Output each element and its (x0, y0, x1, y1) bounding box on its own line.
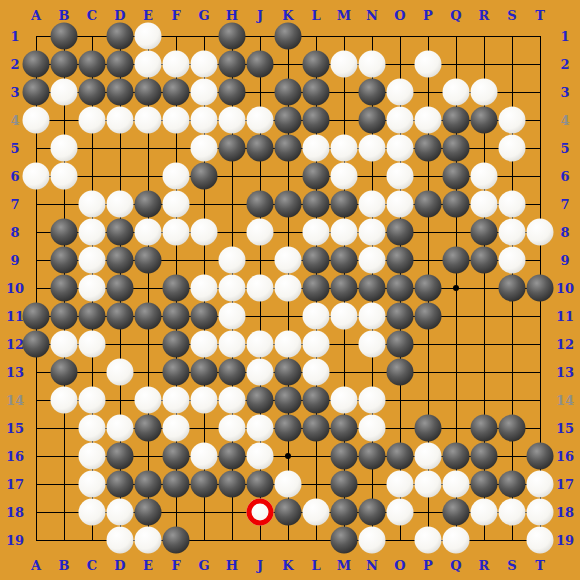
black-stone-Q7 (443, 191, 470, 218)
white-stone-C18 (79, 499, 106, 526)
black-stone-Q6 (443, 163, 470, 190)
black-stone-K3 (275, 79, 302, 106)
white-stone-D7 (107, 191, 134, 218)
black-stone-B13 (51, 359, 78, 386)
white-stone-B14 (51, 387, 78, 414)
black-stone-E3 (135, 79, 162, 106)
black-stone-B10 (51, 275, 78, 302)
white-stone-G14 (191, 387, 218, 414)
white-stone-T8 (527, 219, 554, 246)
column-label-top: G (198, 9, 209, 22)
column-label-top: P (423, 9, 433, 22)
black-stone-K15 (275, 415, 302, 442)
black-stone-F13 (163, 359, 190, 386)
black-stone-K13 (275, 359, 302, 386)
black-stone-O8 (387, 219, 414, 246)
row-label-left: 1 (10, 30, 19, 43)
white-stone-D13 (107, 359, 134, 386)
black-stone-D17 (107, 471, 134, 498)
black-stone-R8 (471, 219, 498, 246)
black-stone-F19 (163, 527, 190, 554)
go-board[interactable]: ABCDEFGHJKLMNOPQRSTABCDEFGHJKLMNOPQRST12… (0, 0, 580, 580)
row-label-left: 16 (6, 450, 24, 463)
black-stone-F10 (163, 275, 190, 302)
black-stone-Q16 (443, 443, 470, 470)
white-stone-M11 (331, 303, 358, 330)
white-stone-N14 (359, 387, 386, 414)
black-stone-H2 (219, 51, 246, 78)
white-stone-N8 (359, 219, 386, 246)
black-stone-L9 (303, 247, 330, 274)
black-stone-B2 (51, 51, 78, 78)
white-stone-C7 (79, 191, 106, 218)
black-stone-M7 (331, 191, 358, 218)
black-stone-K5 (275, 135, 302, 162)
white-stone-N11 (359, 303, 386, 330)
column-label-bottom: T (535, 559, 545, 572)
white-stone-F8 (163, 219, 190, 246)
column-label-top: A (31, 9, 41, 22)
column-label-bottom: K (282, 559, 293, 572)
white-stone-S8 (499, 219, 526, 246)
black-stone-K1 (275, 23, 302, 50)
white-stone-G4 (191, 107, 218, 134)
white-stone-F15 (163, 415, 190, 442)
black-stone-D16 (107, 443, 134, 470)
column-label-bottom: N (366, 559, 378, 572)
white-stone-C10 (79, 275, 106, 302)
black-stone-M10 (331, 275, 358, 302)
black-stone-H3 (219, 79, 246, 106)
black-stone-H5 (219, 135, 246, 162)
white-stone-H10 (219, 275, 246, 302)
row-label-left: 13 (6, 366, 24, 379)
black-stone-F12 (163, 331, 190, 358)
black-stone-P15 (415, 415, 442, 442)
row-label-left: 7 (10, 198, 19, 211)
white-stone-H14 (219, 387, 246, 414)
column-label-top: N (366, 9, 378, 22)
white-stone-L12 (303, 331, 330, 358)
white-stone-E19 (135, 527, 162, 554)
black-stone-A11 (23, 303, 50, 330)
white-stone-R6 (471, 163, 498, 190)
white-stone-N9 (359, 247, 386, 274)
row-label-left: 10 (6, 282, 24, 295)
white-stone-Q3 (443, 79, 470, 106)
row-label-right: 13 (556, 366, 574, 379)
black-stone-A3 (23, 79, 50, 106)
black-stone-R15 (471, 415, 498, 442)
row-label-left: 14 (6, 394, 24, 407)
column-label-bottom: J (257, 559, 263, 572)
row-label-left: 5 (10, 142, 19, 155)
black-stone-M9 (331, 247, 358, 274)
column-label-bottom: S (507, 559, 516, 572)
white-stone-J4 (247, 107, 274, 134)
white-stone-C16 (79, 443, 106, 470)
white-stone-B3 (51, 79, 78, 106)
black-stone-O13 (387, 359, 414, 386)
white-stone-B6 (51, 163, 78, 190)
black-stone-F16 (163, 443, 190, 470)
black-stone-Q4 (443, 107, 470, 134)
column-label-top: T (535, 9, 545, 22)
white-stone-E2 (135, 51, 162, 78)
row-label-left: 18 (6, 506, 24, 519)
row-label-right: 2 (560, 58, 569, 71)
column-label-bottom: Q (450, 559, 461, 572)
row-label-right: 7 (560, 198, 569, 211)
row-label-left: 8 (10, 226, 19, 239)
black-stone-K18 (275, 499, 302, 526)
black-stone-J14 (247, 387, 274, 414)
white-stone-N19 (359, 527, 386, 554)
white-stone-C8 (79, 219, 106, 246)
row-label-right: 4 (560, 114, 569, 127)
black-stone-D3 (107, 79, 134, 106)
black-stone-M18 (331, 499, 358, 526)
black-stone-H17 (219, 471, 246, 498)
white-stone-H4 (219, 107, 246, 134)
black-stone-G11 (191, 303, 218, 330)
black-stone-M19 (331, 527, 358, 554)
black-stone-O11 (387, 303, 414, 330)
row-label-left: 4 (10, 114, 19, 127)
black-stone-O16 (387, 443, 414, 470)
column-label-top: S (507, 9, 516, 22)
column-label-bottom: E (143, 559, 153, 572)
black-stone-K4 (275, 107, 302, 134)
white-stone-L18 (303, 499, 330, 526)
black-stone-J17 (247, 471, 274, 498)
white-stone-M8 (331, 219, 358, 246)
white-stone-G12 (191, 331, 218, 358)
black-stone-L2 (303, 51, 330, 78)
black-stone-E18 (135, 499, 162, 526)
black-stone-M17 (331, 471, 358, 498)
white-stone-C14 (79, 387, 106, 414)
column-label-top: C (87, 9, 97, 22)
black-stone-L6 (303, 163, 330, 190)
column-label-bottom: B (59, 559, 70, 572)
white-stone-E8 (135, 219, 162, 246)
black-stone-R4 (471, 107, 498, 134)
column-label-top: R (479, 9, 490, 22)
row-label-left: 12 (6, 338, 24, 351)
white-stone-O4 (387, 107, 414, 134)
black-stone-N16 (359, 443, 386, 470)
white-stone-J16 (247, 443, 274, 470)
white-stone-T19 (527, 527, 554, 554)
white-stone-O5 (387, 135, 414, 162)
column-label-bottom: R (479, 559, 490, 572)
white-stone-L11 (303, 303, 330, 330)
white-stone-D4 (107, 107, 134, 134)
white-stone-M5 (331, 135, 358, 162)
black-stone-N3 (359, 79, 386, 106)
white-stone-C17 (79, 471, 106, 498)
white-stone-Q17 (443, 471, 470, 498)
row-label-left: 3 (10, 86, 19, 99)
row-label-left: 2 (10, 58, 19, 71)
black-stone-D9 (107, 247, 134, 274)
black-stone-E15 (135, 415, 162, 442)
black-stone-E7 (135, 191, 162, 218)
white-stone-M6 (331, 163, 358, 190)
black-stone-H16 (219, 443, 246, 470)
black-stone-K14 (275, 387, 302, 414)
column-label-top: H (226, 9, 238, 22)
white-stone-R7 (471, 191, 498, 218)
column-label-top: J (257, 9, 263, 22)
black-stone-B8 (51, 219, 78, 246)
white-stone-H15 (219, 415, 246, 442)
white-stone-A4 (23, 107, 50, 134)
black-stone-M15 (331, 415, 358, 442)
black-stone-P11 (415, 303, 442, 330)
black-stone-L15 (303, 415, 330, 442)
white-stone-F14 (163, 387, 190, 414)
white-stone-L5 (303, 135, 330, 162)
white-stone-N7 (359, 191, 386, 218)
black-stone-R16 (471, 443, 498, 470)
white-stone-N12 (359, 331, 386, 358)
black-stone-L4 (303, 107, 330, 134)
column-label-bottom: O (394, 559, 405, 572)
white-stone-E4 (135, 107, 162, 134)
black-stone-D1 (107, 23, 134, 50)
white-stone-H12 (219, 331, 246, 358)
black-stone-D2 (107, 51, 134, 78)
black-stone-H1 (219, 23, 246, 50)
black-stone-B11 (51, 303, 78, 330)
white-stone-E1 (135, 23, 162, 50)
white-stone-K10 (275, 275, 302, 302)
white-stone-Q19 (443, 527, 470, 554)
row-label-right: 16 (556, 450, 574, 463)
white-stone-O3 (387, 79, 414, 106)
row-label-left: 11 (6, 310, 24, 323)
white-stone-L13 (303, 359, 330, 386)
column-label-top: Q (450, 9, 461, 22)
white-stone-R18 (471, 499, 498, 526)
white-stone-R3 (471, 79, 498, 106)
column-label-top: B (59, 9, 70, 22)
black-stone-C11 (79, 303, 106, 330)
white-stone-J15 (247, 415, 274, 442)
star-point (285, 453, 291, 459)
white-stone-O18 (387, 499, 414, 526)
black-stone-O10 (387, 275, 414, 302)
white-stone-B12 (51, 331, 78, 358)
column-label-bottom: H (226, 559, 238, 572)
black-stone-M16 (331, 443, 358, 470)
black-stone-N18 (359, 499, 386, 526)
black-stone-A2 (23, 51, 50, 78)
column-label-top: L (311, 9, 320, 22)
black-stone-S10 (499, 275, 526, 302)
black-stone-G17 (191, 471, 218, 498)
column-label-bottom: M (337, 559, 351, 572)
white-stone-B5 (51, 135, 78, 162)
row-label-right: 10 (556, 282, 574, 295)
black-stone-N4 (359, 107, 386, 134)
row-label-left: 15 (6, 422, 24, 435)
black-stone-F17 (163, 471, 190, 498)
black-stone-O9 (387, 247, 414, 274)
white-stone-J13 (247, 359, 274, 386)
black-stone-Q18 (443, 499, 470, 526)
black-stone-P10 (415, 275, 442, 302)
black-stone-O12 (387, 331, 414, 358)
row-label-left: 19 (6, 534, 24, 547)
white-stone-D18 (107, 499, 134, 526)
column-label-top: K (282, 9, 293, 22)
black-stone-G6 (191, 163, 218, 190)
column-label-top: D (114, 9, 125, 22)
column-label-bottom: L (311, 559, 320, 572)
white-stone-N5 (359, 135, 386, 162)
white-stone-S5 (499, 135, 526, 162)
white-stone-J10 (247, 275, 274, 302)
row-label-right: 17 (556, 478, 574, 491)
column-label-top: O (394, 9, 405, 22)
white-stone-G16 (191, 443, 218, 470)
black-stone-C2 (79, 51, 106, 78)
black-stone-P5 (415, 135, 442, 162)
black-stone-B1 (51, 23, 78, 50)
white-stone-T18 (527, 499, 554, 526)
column-label-top: M (337, 9, 351, 22)
row-label-right: 5 (560, 142, 569, 155)
white-stone-F6 (163, 163, 190, 190)
white-stone-F2 (163, 51, 190, 78)
white-stone-G2 (191, 51, 218, 78)
black-stone-B9 (51, 247, 78, 274)
row-label-left: 6 (10, 170, 19, 183)
row-label-left: 17 (6, 478, 24, 491)
white-stone-D19 (107, 527, 134, 554)
white-stone-O7 (387, 191, 414, 218)
black-stone-L10 (303, 275, 330, 302)
white-stone-T17 (527, 471, 554, 498)
row-label-right: 8 (560, 226, 569, 239)
column-label-bottom: A (31, 559, 41, 572)
column-label-bottom: G (198, 559, 209, 572)
black-stone-K7 (275, 191, 302, 218)
white-stone-K12 (275, 331, 302, 358)
black-stone-J2 (247, 51, 274, 78)
white-stone-E14 (135, 387, 162, 414)
white-stone-G5 (191, 135, 218, 162)
white-stone-P4 (415, 107, 442, 134)
black-stone-D11 (107, 303, 134, 330)
white-stone-S4 (499, 107, 526, 134)
black-stone-E17 (135, 471, 162, 498)
black-stone-G13 (191, 359, 218, 386)
last-move-marker (247, 499, 274, 526)
black-stone-L7 (303, 191, 330, 218)
white-stone-L8 (303, 219, 330, 246)
white-stone-C15 (79, 415, 106, 442)
white-stone-J8 (247, 219, 274, 246)
white-stone-C9 (79, 247, 106, 274)
row-label-right: 9 (560, 254, 569, 267)
black-stone-N10 (359, 275, 386, 302)
black-stone-E9 (135, 247, 162, 274)
white-stone-S9 (499, 247, 526, 274)
white-stone-O6 (387, 163, 414, 190)
black-stone-E11 (135, 303, 162, 330)
black-stone-L14 (303, 387, 330, 414)
column-label-top: F (171, 9, 180, 22)
row-label-right: 12 (556, 338, 574, 351)
black-stone-S17 (499, 471, 526, 498)
black-stone-J5 (247, 135, 274, 162)
black-stone-D8 (107, 219, 134, 246)
white-stone-C12 (79, 331, 106, 358)
row-label-left: 9 (10, 254, 19, 267)
white-stone-G10 (191, 275, 218, 302)
row-label-right: 6 (560, 170, 569, 183)
column-label-bottom: C (87, 559, 97, 572)
row-label-right: 1 (560, 30, 569, 43)
white-stone-H11 (219, 303, 246, 330)
white-stone-S18 (499, 499, 526, 526)
column-label-top: E (143, 9, 153, 22)
white-stone-P19 (415, 527, 442, 554)
row-label-right: 19 (556, 534, 574, 547)
white-stone-S7 (499, 191, 526, 218)
black-stone-S15 (499, 415, 526, 442)
column-label-bottom: F (171, 559, 180, 572)
white-stone-P17 (415, 471, 442, 498)
white-stone-F4 (163, 107, 190, 134)
black-stone-A12 (23, 331, 50, 358)
black-stone-H13 (219, 359, 246, 386)
white-stone-F7 (163, 191, 190, 218)
row-label-right: 11 (556, 310, 574, 323)
black-stone-P7 (415, 191, 442, 218)
white-stone-J12 (247, 331, 274, 358)
star-point (453, 285, 459, 291)
black-stone-J7 (247, 191, 274, 218)
black-stone-C3 (79, 79, 106, 106)
white-stone-K9 (275, 247, 302, 274)
white-stone-H9 (219, 247, 246, 274)
black-stone-T16 (527, 443, 554, 470)
white-stone-M14 (331, 387, 358, 414)
white-stone-D15 (107, 415, 134, 442)
black-stone-Q5 (443, 135, 470, 162)
white-stone-P16 (415, 443, 442, 470)
white-stone-C4 (79, 107, 106, 134)
white-stone-K17 (275, 471, 302, 498)
white-stone-P2 (415, 51, 442, 78)
white-stone-G8 (191, 219, 218, 246)
row-label-right: 15 (556, 422, 574, 435)
white-stone-N15 (359, 415, 386, 442)
black-stone-F3 (163, 79, 190, 106)
white-stone-G3 (191, 79, 218, 106)
row-label-right: 14 (556, 394, 574, 407)
white-stone-O17 (387, 471, 414, 498)
row-label-right: 3 (560, 86, 569, 99)
black-stone-R17 (471, 471, 498, 498)
black-stone-F11 (163, 303, 190, 330)
column-label-bottom: D (114, 559, 125, 572)
